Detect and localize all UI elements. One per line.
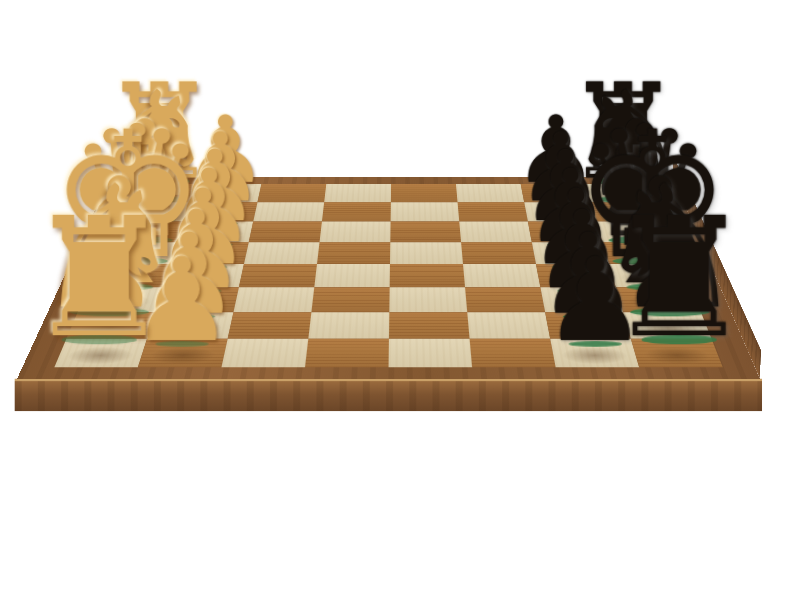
square-b5 — [391, 202, 460, 221]
chess-set-photo: ♜♟♟♜♞♟♟♞♝♟♟♝♛♟♟♛♚♟♟♚♝♟♟♝♞♟♟♞♜♟♟♜ — [0, 0, 800, 600]
square-a5 — [391, 184, 458, 202]
board-surface: ♜♟♟♜♞♟♟♞♝♟♟♝♛♟♟♛♚♟♟♚♝♟♟♝♞♟♟♞♜♟♟♜ — [17, 177, 760, 379]
square-c4 — [320, 222, 391, 243]
chessboard: ♜♟♟♜♞♟♟♞♝♟♟♝♛♟♟♛♚♟♟♚♝♟♟♝♞♟♟♞♜♟♟♜ — [17, 177, 760, 379]
square-b4 — [322, 202, 391, 221]
square-e5 — [390, 264, 465, 287]
square-d4 — [317, 242, 390, 264]
board-grid: ♜♟♟♜♞♟♟♞♝♟♟♝♛♟♟♛♚♟♟♚♝♟♟♝♞♟♟♞♜♟♟♜ — [54, 184, 722, 367]
square-h4 — [305, 339, 389, 368]
square-g4 — [308, 312, 389, 339]
square-h1: ♜ — [54, 339, 147, 368]
square-f5 — [389, 287, 467, 312]
white-rook: ♜ — [0, 196, 197, 361]
square-d5 — [390, 242, 463, 264]
square-h8: ♜ — [631, 339, 723, 368]
square-e4 — [314, 264, 390, 287]
board-front-edge — [15, 379, 762, 411]
square-f4 — [311, 287, 389, 312]
square-g5 — [389, 312, 470, 339]
square-h5 — [389, 339, 473, 368]
square-c5 — [390, 222, 461, 243]
square-a4 — [324, 184, 391, 202]
black-rook: ♜ — [580, 196, 778, 361]
